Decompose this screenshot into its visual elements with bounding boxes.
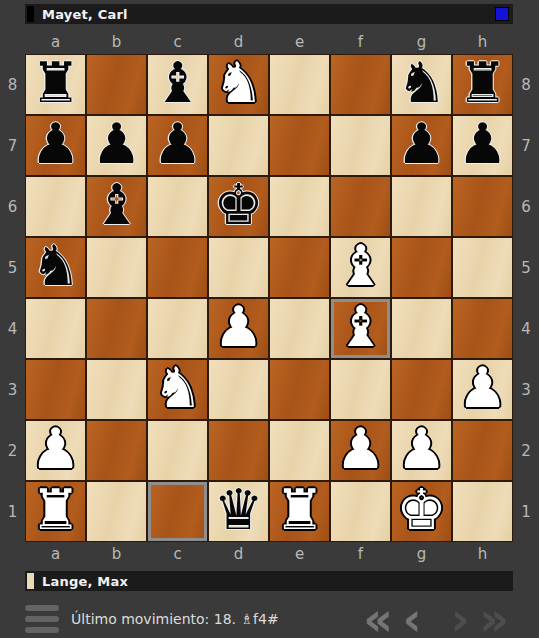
- square-g8[interactable]: ♞: [391, 54, 452, 115]
- white-pawn: ♟: [457, 357, 507, 418]
- top-player-name: Mayet, Carl: [42, 7, 128, 22]
- square-h3[interactable]: ♟: [452, 359, 513, 420]
- rank-label-1: 1: [0, 481, 25, 542]
- rank-label-7: 7: [0, 115, 25, 176]
- square-g3[interactable]: [391, 359, 452, 420]
- rank-label-2: 2: [0, 420, 25, 481]
- rank-labels-right: 87654321: [513, 54, 539, 542]
- black-knight: ♞: [396, 52, 446, 113]
- file-label-g: g: [391, 32, 452, 52]
- board: ♜♝♞♞♜♟♟♟♟♟♝♚♞♝♟♝♞♟♟♟♟♜♛♜♚: [25, 54, 513, 542]
- square-e2[interactable]: [269, 420, 330, 481]
- square-a4[interactable]: [25, 298, 86, 359]
- blue-status-square: [495, 7, 509, 21]
- menu-bar: [25, 616, 59, 622]
- square-a7[interactable]: ♟: [25, 115, 86, 176]
- black-player-indicator: [27, 6, 34, 22]
- last-move-text: Último movimiento: 18. ♗f4#: [71, 611, 279, 627]
- square-c5[interactable]: [147, 237, 208, 298]
- square-h2[interactable]: [452, 420, 513, 481]
- square-a6[interactable]: [25, 176, 86, 237]
- nav-prev-button[interactable]: ‹: [397, 600, 427, 638]
- rank-label-2: 2: [513, 420, 539, 481]
- square-e8[interactable]: [269, 54, 330, 115]
- square-c2[interactable]: [147, 420, 208, 481]
- square-d7[interactable]: [208, 115, 269, 176]
- file-label-d: d: [208, 32, 269, 52]
- square-d5[interactable]: [208, 237, 269, 298]
- white-rook: ♜: [274, 479, 324, 540]
- square-f1[interactable]: [330, 481, 391, 542]
- file-label-c: c: [147, 544, 208, 564]
- square-b8[interactable]: [86, 54, 147, 115]
- black-rook: ♜: [30, 52, 80, 113]
- file-label-f: f: [330, 32, 391, 52]
- file-label-b: b: [86, 32, 147, 52]
- white-pawn: ♟: [30, 418, 80, 479]
- black-bishop: ♝: [152, 52, 202, 113]
- rank-label-7: 7: [513, 115, 539, 176]
- black-queen: ♛: [213, 479, 263, 540]
- white-pawn: ♟: [396, 418, 446, 479]
- white-pawn: ♟: [213, 296, 263, 357]
- square-f8[interactable]: [330, 54, 391, 115]
- square-b5[interactable]: [86, 237, 147, 298]
- black-rook: ♜: [457, 52, 507, 113]
- rank-label-5: 5: [513, 237, 539, 298]
- black-pawn: ♟: [91, 113, 141, 174]
- square-d3[interactable]: [208, 359, 269, 420]
- rank-label-4: 4: [0, 298, 25, 359]
- rank-label-1: 1: [513, 481, 539, 542]
- square-g4[interactable]: [391, 298, 452, 359]
- square-c4[interactable]: [147, 298, 208, 359]
- square-e3[interactable]: [269, 359, 330, 420]
- square-f5[interactable]: ♝: [330, 237, 391, 298]
- black-knight: ♞: [30, 235, 80, 296]
- menu-bar: [25, 627, 59, 633]
- square-a8[interactable]: ♜: [25, 54, 86, 115]
- square-d8[interactable]: ♞: [208, 54, 269, 115]
- file-label-a: a: [25, 544, 86, 564]
- bottom-player-name: Lange, Max: [42, 574, 128, 589]
- file-label-c: c: [147, 32, 208, 52]
- file-label-b: b: [86, 544, 147, 564]
- file-label-h: h: [452, 32, 513, 52]
- black-king: ♚: [213, 174, 263, 235]
- white-knight: ♞: [213, 52, 263, 113]
- black-pawn: ♟: [457, 113, 507, 174]
- white-bishop: ♝: [335, 235, 385, 296]
- square-f7[interactable]: [330, 115, 391, 176]
- square-e1[interactable]: ♜: [269, 481, 330, 542]
- square-g1[interactable]: ♚: [391, 481, 452, 542]
- rank-label-8: 8: [0, 54, 25, 115]
- nav-last-button[interactable]: »: [475, 600, 513, 638]
- nav-group: « ‹ › »: [359, 600, 513, 638]
- black-pawn: ♟: [30, 113, 80, 174]
- square-b4[interactable]: [86, 298, 147, 359]
- square-c1[interactable]: [147, 481, 208, 542]
- white-king: ♚: [396, 479, 446, 540]
- square-c8[interactable]: ♝: [147, 54, 208, 115]
- square-e7[interactable]: [269, 115, 330, 176]
- rank-label-3: 3: [513, 359, 539, 420]
- rank-label-4: 4: [513, 298, 539, 359]
- square-c3[interactable]: ♞: [147, 359, 208, 420]
- player-bar-bottom: Lange, Max: [25, 571, 513, 591]
- file-labels-top: abcdefgh: [25, 32, 513, 52]
- square-h5[interactable]: [452, 237, 513, 298]
- black-pawn: ♟: [396, 113, 446, 174]
- menu-bar: [25, 605, 59, 611]
- file-label-d: d: [208, 544, 269, 564]
- square-a2[interactable]: ♟: [25, 420, 86, 481]
- rank-labels-left: 87654321: [0, 54, 25, 542]
- square-f6[interactable]: [330, 176, 391, 237]
- white-pawn: ♟: [335, 418, 385, 479]
- board-area: 87654321 ♜♝♞♞♜♟♟♟♟♟♝♚♞♝♟♝♞♟♟♟♟♜♛♜♚ 87654…: [0, 54, 539, 542]
- square-a5[interactable]: ♞: [25, 237, 86, 298]
- rank-label-5: 5: [0, 237, 25, 298]
- player-bar-top: Mayet, Carl: [25, 4, 513, 24]
- square-h6[interactable]: [452, 176, 513, 237]
- square-f2[interactable]: ♟: [330, 420, 391, 481]
- chess-app: Mayet, Carl abcdefgh 87654321 ♜♝♞♞♜♟♟♟♟♟…: [0, 4, 539, 638]
- square-d6[interactable]: ♚: [208, 176, 269, 237]
- square-b7[interactable]: ♟: [86, 115, 147, 176]
- square-h8[interactable]: ♜: [452, 54, 513, 115]
- square-g6[interactable]: [391, 176, 452, 237]
- white-rook: ♜: [30, 479, 80, 540]
- square-b1[interactable]: [86, 481, 147, 542]
- square-h4[interactable]: [452, 298, 513, 359]
- status-bar: Último movimiento: 18. ♗f4# « ‹ › »: [0, 598, 539, 638]
- black-bishop: ♝: [91, 174, 141, 235]
- square-b6[interactable]: ♝: [86, 176, 147, 237]
- square-g7[interactable]: ♟: [391, 115, 452, 176]
- black-pawn: ♟: [152, 113, 202, 174]
- square-e5[interactable]: [269, 237, 330, 298]
- white-bishop: ♝: [335, 296, 385, 357]
- square-f4[interactable]: ♝: [330, 298, 391, 359]
- square-e4[interactable]: [269, 298, 330, 359]
- nav-first-button[interactable]: «: [359, 600, 397, 638]
- square-f3[interactable]: [330, 359, 391, 420]
- rank-label-3: 3: [0, 359, 25, 420]
- white-player-indicator: [27, 573, 34, 589]
- square-a1[interactable]: ♜: [25, 481, 86, 542]
- square-a3[interactable]: [25, 359, 86, 420]
- white-knight: ♞: [152, 357, 202, 418]
- square-e6[interactable]: [269, 176, 330, 237]
- file-label-g: g: [391, 544, 452, 564]
- menu-button[interactable]: [25, 605, 59, 633]
- square-h7[interactable]: ♟: [452, 115, 513, 176]
- square-g2[interactable]: ♟: [391, 420, 452, 481]
- file-label-f: f: [330, 544, 391, 564]
- square-d1[interactable]: ♛: [208, 481, 269, 542]
- square-b3[interactable]: [86, 359, 147, 420]
- square-d2[interactable]: [208, 420, 269, 481]
- square-c6[interactable]: [147, 176, 208, 237]
- square-d4[interactable]: ♟: [208, 298, 269, 359]
- rank-label-6: 6: [513, 176, 539, 237]
- square-b2[interactable]: [86, 420, 147, 481]
- square-c7[interactable]: ♟: [147, 115, 208, 176]
- square-g5[interactable]: [391, 237, 452, 298]
- file-label-e: e: [269, 544, 330, 564]
- file-label-h: h: [452, 544, 513, 564]
- rank-label-8: 8: [513, 54, 539, 115]
- file-label-a: a: [25, 32, 86, 52]
- square-h1[interactable]: [452, 481, 513, 542]
- file-labels-bottom: abcdefgh: [25, 544, 513, 564]
- file-label-e: e: [269, 32, 330, 52]
- nav-next-button[interactable]: ›: [445, 600, 475, 638]
- rank-label-6: 6: [0, 176, 25, 237]
